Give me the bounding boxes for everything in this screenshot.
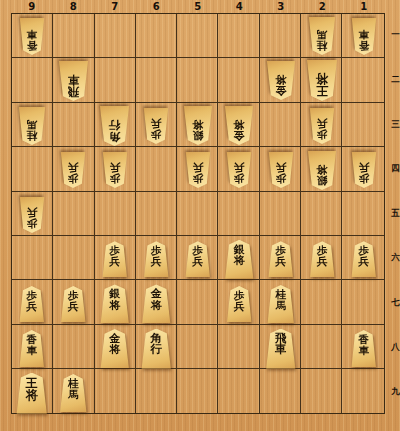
piece-kanji: 桂馬 bbox=[27, 119, 38, 140]
board-square-85[interactable] bbox=[53, 192, 94, 236]
shogi-piece-gote-53[interactable]: 銀将 bbox=[183, 106, 213, 145]
piece-body: 銀将 bbox=[100, 284, 130, 323]
piece-body: 金将 bbox=[224, 106, 254, 145]
board-square-15[interactable] bbox=[342, 192, 383, 236]
board-square-81[interactable] bbox=[53, 14, 94, 58]
board-square-59[interactable] bbox=[177, 369, 218, 413]
shogi-piece-gote-95[interactable]: 歩兵 bbox=[19, 197, 45, 233]
piece-body: 銀将 bbox=[224, 240, 254, 279]
rank-label-5: 五 bbox=[391, 208, 400, 220]
piece-kanji: 桂馬 bbox=[276, 289, 287, 310]
piece-kanji: 歩兵 bbox=[110, 163, 121, 184]
piece-kanji: 歩兵 bbox=[317, 118, 328, 139]
piece-kanji: 歩兵 bbox=[234, 290, 245, 311]
board-square-58[interactable] bbox=[177, 325, 218, 369]
shogi-piece-gote-84[interactable]: 歩兵 bbox=[60, 152, 86, 188]
shogi-piece-sente-99[interactable]: 王将 bbox=[16, 373, 48, 414]
board-square-52[interactable] bbox=[177, 58, 218, 102]
piece-body: 香車 bbox=[351, 18, 377, 55]
shogi-piece-gote-63[interactable]: 歩兵 bbox=[143, 108, 169, 144]
piece-body: 歩兵 bbox=[268, 152, 294, 188]
piece-kanji: 銀将 bbox=[109, 288, 120, 310]
piece-kanji: 銀将 bbox=[192, 119, 203, 141]
board-square-25[interactable] bbox=[301, 192, 342, 236]
shogi-piece-sente-89[interactable]: 桂馬 bbox=[59, 374, 87, 412]
file-label-8: 8 bbox=[70, 1, 77, 12]
piece-kanji: 歩兵 bbox=[193, 163, 204, 184]
rank-label-2: 二 bbox=[391, 74, 400, 86]
shogi-piece-sente-36[interactable]: 歩兵 bbox=[268, 241, 294, 277]
board-square-19[interactable] bbox=[342, 369, 383, 413]
rank-label-8: 八 bbox=[391, 342, 400, 354]
shogi-piece-sente-77[interactable]: 銀将 bbox=[100, 284, 130, 323]
board-square-83[interactable] bbox=[53, 103, 94, 147]
board-square-94[interactable] bbox=[12, 147, 53, 191]
shogi-piece-sente-67[interactable]: 金将 bbox=[141, 284, 171, 323]
piece-body: 歩兵 bbox=[102, 241, 128, 277]
piece-kanji: 金将 bbox=[275, 74, 286, 96]
piece-kanji: 歩兵 bbox=[359, 163, 370, 184]
shogi-piece-sente-76[interactable]: 歩兵 bbox=[102, 241, 128, 277]
piece-kanji: 香車 bbox=[359, 334, 370, 355]
piece-body: 桂馬 bbox=[59, 374, 87, 412]
piece-kanji: 歩兵 bbox=[27, 290, 38, 311]
piece-kanji: 歩兵 bbox=[234, 163, 245, 184]
shogi-app: 987654321 一二三四五六七八九 香車桂馬香車飛車金将王将桂馬角行歩兵銀将… bbox=[0, 0, 400, 431]
board-square-42[interactable] bbox=[218, 58, 259, 102]
board-square-61[interactable] bbox=[136, 14, 177, 58]
shogi-piece-sente-18[interactable]: 香車 bbox=[351, 330, 377, 367]
shogi-piece-gote-23[interactable]: 歩兵 bbox=[309, 108, 335, 144]
shogi-piece-sente-38[interactable]: 飛車 bbox=[265, 329, 296, 369]
file-label-2: 2 bbox=[319, 1, 326, 12]
rank-label-9: 九 bbox=[391, 386, 400, 398]
board-square-88[interactable] bbox=[53, 325, 94, 369]
piece-kanji: 飛車 bbox=[68, 73, 80, 96]
piece-kanji: 歩兵 bbox=[110, 245, 121, 266]
shogi-piece-gote-74[interactable]: 歩兵 bbox=[102, 152, 128, 188]
board-square-35[interactable] bbox=[260, 192, 301, 236]
piece-kanji: 歩兵 bbox=[151, 245, 162, 266]
shogi-piece-sente-87[interactable]: 歩兵 bbox=[60, 286, 86, 322]
file-label-5: 5 bbox=[194, 1, 201, 12]
shogi-piece-gote-43[interactable]: 金将 bbox=[224, 106, 254, 145]
shogi-piece-gote-34[interactable]: 歩兵 bbox=[268, 152, 294, 188]
piece-body: 歩兵 bbox=[60, 286, 86, 322]
shogi-piece-gote-14[interactable]: 歩兵 bbox=[351, 152, 377, 188]
board-square-48[interactable] bbox=[218, 325, 259, 369]
piece-body: 桂馬 bbox=[308, 17, 336, 55]
board-square-17[interactable] bbox=[342, 280, 383, 324]
shogi-piece-gote-91[interactable]: 香車 bbox=[19, 18, 45, 55]
board-square-27[interactable] bbox=[301, 280, 342, 324]
board-square-86[interactable] bbox=[53, 236, 94, 280]
board-square-92[interactable] bbox=[12, 58, 53, 102]
board-square-96[interactable] bbox=[12, 236, 53, 280]
piece-kanji: 飛車 bbox=[275, 333, 287, 356]
shogi-piece-sente-47[interactable]: 歩兵 bbox=[226, 286, 252, 322]
piece-body: 歩兵 bbox=[309, 241, 335, 277]
shogi-piece-gote-73[interactable]: 角行 bbox=[99, 106, 130, 146]
piece-kanji: 角行 bbox=[151, 333, 163, 356]
board-square-33[interactable] bbox=[260, 103, 301, 147]
piece-body: 歩兵 bbox=[19, 286, 45, 322]
board-square-57[interactable] bbox=[177, 280, 218, 324]
shogi-piece-sente-66[interactable]: 歩兵 bbox=[143, 241, 169, 277]
piece-kanji: 角行 bbox=[109, 118, 121, 141]
piece-kanji: 香車 bbox=[359, 29, 370, 50]
shogi-piece-gote-22[interactable]: 王将 bbox=[306, 60, 338, 101]
rank-label-7: 七 bbox=[391, 297, 400, 309]
file-label-3: 3 bbox=[277, 1, 284, 12]
piece-body: 歩兵 bbox=[102, 152, 128, 188]
shogi-piece-sente-68[interactable]: 角行 bbox=[141, 329, 172, 369]
piece-kanji: 香車 bbox=[27, 334, 38, 355]
piece-body: 銀将 bbox=[307, 151, 337, 190]
piece-kanji: 金将 bbox=[151, 288, 162, 310]
piece-kanji: 歩兵 bbox=[68, 290, 79, 311]
piece-body: 歩兵 bbox=[143, 108, 169, 144]
piece-kanji: 銀将 bbox=[317, 163, 328, 185]
board-square-75[interactable] bbox=[95, 192, 136, 236]
piece-body: 歩兵 bbox=[60, 152, 86, 188]
shogi-piece-sente-37[interactable]: 桂馬 bbox=[267, 285, 295, 323]
piece-kanji: 桂馬 bbox=[68, 378, 79, 399]
board-square-45[interactable] bbox=[218, 192, 259, 236]
file-label-6: 6 bbox=[153, 1, 160, 12]
piece-body: 飛車 bbox=[58, 61, 89, 101]
board-square-72[interactable] bbox=[95, 58, 136, 102]
piece-body: 歩兵 bbox=[185, 152, 211, 188]
board-square-65[interactable] bbox=[136, 192, 177, 236]
shogi-piece-sente-78[interactable]: 金将 bbox=[100, 329, 130, 368]
piece-kanji: 桂馬 bbox=[317, 30, 328, 51]
file-label-4: 4 bbox=[236, 1, 243, 12]
board-square-13[interactable] bbox=[342, 103, 383, 147]
piece-body: 歩兵 bbox=[309, 108, 335, 144]
piece-kanji: 王将 bbox=[26, 377, 38, 401]
shogi-piece-gote-44[interactable]: 歩兵 bbox=[226, 152, 252, 188]
board-square-62[interactable] bbox=[136, 58, 177, 102]
shogi-piece-sente-46[interactable]: 銀将 bbox=[224, 240, 254, 279]
piece-body: 金将 bbox=[266, 61, 296, 100]
piece-body: 歩兵 bbox=[351, 241, 377, 277]
piece-kanji: 銀将 bbox=[234, 244, 245, 266]
shogi-piece-sente-16[interactable]: 歩兵 bbox=[351, 241, 377, 277]
file-label-1: 1 bbox=[360, 1, 367, 12]
piece-body: 歩兵 bbox=[226, 152, 252, 188]
shogi-piece-gote-32[interactable]: 金将 bbox=[266, 61, 296, 100]
piece-body: 角行 bbox=[141, 329, 172, 369]
piece-body: 歩兵 bbox=[19, 197, 45, 233]
shogi-piece-sente-97[interactable]: 歩兵 bbox=[19, 286, 45, 322]
piece-kanji: 金将 bbox=[109, 333, 120, 355]
piece-body: 王将 bbox=[306, 60, 338, 101]
rank-label-6: 六 bbox=[391, 252, 400, 264]
piece-body: 飛車 bbox=[265, 329, 296, 369]
piece-body: 歩兵 bbox=[143, 241, 169, 277]
piece-kanji: 歩兵 bbox=[276, 163, 287, 184]
board-square-12[interactable] bbox=[342, 58, 383, 102]
board-square-49[interactable] bbox=[218, 369, 259, 413]
piece-body: 歩兵 bbox=[268, 241, 294, 277]
file-label-9: 9 bbox=[28, 1, 35, 12]
piece-kanji: 王将 bbox=[316, 73, 328, 97]
file-label-7: 7 bbox=[111, 1, 118, 12]
piece-body: 香車 bbox=[19, 18, 45, 55]
board-square-79[interactable] bbox=[95, 369, 136, 413]
piece-body: 歩兵 bbox=[185, 241, 211, 277]
shogi-piece-gote-11[interactable]: 香車 bbox=[351, 18, 377, 55]
piece-kanji: 歩兵 bbox=[68, 163, 79, 184]
shogi-piece-gote-24[interactable]: 銀将 bbox=[307, 151, 337, 190]
rank-label-4: 四 bbox=[391, 163, 400, 175]
piece-body: 香車 bbox=[19, 330, 45, 367]
rank-label-3: 三 bbox=[391, 119, 400, 131]
shogi-piece-gote-82[interactable]: 飛車 bbox=[58, 61, 89, 101]
piece-kanji: 歩兵 bbox=[27, 207, 38, 228]
piece-body: 歩兵 bbox=[351, 152, 377, 188]
piece-body: 王将 bbox=[16, 373, 48, 414]
shogi-piece-sente-56[interactable]: 歩兵 bbox=[185, 241, 211, 277]
piece-kanji: 歩兵 bbox=[317, 245, 328, 266]
piece-body: 金将 bbox=[141, 284, 171, 323]
board-square-39[interactable] bbox=[260, 369, 301, 413]
board-square-28[interactable] bbox=[301, 325, 342, 369]
piece-kanji: 歩兵 bbox=[276, 245, 287, 266]
board-square-41[interactable] bbox=[218, 14, 259, 58]
piece-body: 歩兵 bbox=[226, 286, 252, 322]
piece-kanji: 歩兵 bbox=[359, 245, 370, 266]
board-square-64[interactable] bbox=[136, 147, 177, 191]
shogi-piece-gote-21[interactable]: 桂馬 bbox=[308, 17, 336, 55]
shogi-piece-sente-26[interactable]: 歩兵 bbox=[309, 241, 335, 277]
rank-label-1: 一 bbox=[391, 29, 400, 41]
shogi-piece-gote-93[interactable]: 桂馬 bbox=[18, 107, 46, 145]
piece-kanji: 歩兵 bbox=[193, 245, 204, 266]
piece-kanji: 金将 bbox=[234, 119, 245, 141]
board-square-29[interactable] bbox=[301, 369, 342, 413]
piece-body: 角行 bbox=[99, 106, 130, 146]
board-square-51[interactable] bbox=[177, 14, 218, 58]
piece-body: 金将 bbox=[100, 329, 130, 368]
piece-body: 銀将 bbox=[183, 106, 213, 145]
piece-kanji: 歩兵 bbox=[151, 118, 162, 139]
piece-body: 桂馬 bbox=[18, 107, 46, 145]
piece-kanji: 香車 bbox=[27, 29, 38, 50]
board-square-69[interactable] bbox=[136, 369, 177, 413]
board-square-31[interactable] bbox=[260, 14, 301, 58]
board-square-71[interactable] bbox=[95, 14, 136, 58]
piece-body: 桂馬 bbox=[267, 285, 295, 323]
board-square-55[interactable] bbox=[177, 192, 218, 236]
piece-body: 香車 bbox=[351, 330, 377, 367]
shogi-piece-gote-54[interactable]: 歩兵 bbox=[185, 152, 211, 188]
shogi-piece-sente-98[interactable]: 香車 bbox=[19, 330, 45, 367]
